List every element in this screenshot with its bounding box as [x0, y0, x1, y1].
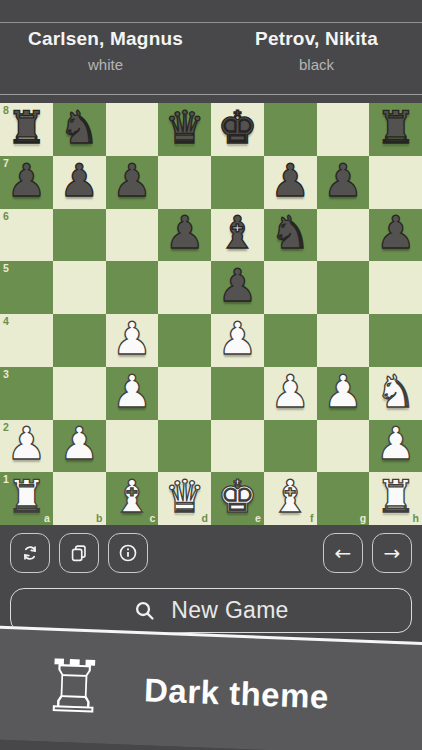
black-pawn-e5[interactable]: ♟: [217, 263, 257, 308]
black-rook-a8[interactable]: ♜: [6, 105, 46, 150]
square-c5[interactable]: [106, 261, 159, 314]
rank-label-4: 4: [3, 316, 9, 327]
square-b5[interactable]: [53, 261, 106, 314]
square-a6[interactable]: 6: [0, 209, 53, 262]
square-e1[interactable]: e♚: [211, 472, 264, 525]
white-pawn-g3[interactable]: ♟: [323, 369, 363, 414]
square-d4[interactable]: [158, 314, 211, 367]
square-f7[interactable]: ♟: [264, 156, 317, 209]
white-side-label: white: [0, 56, 211, 73]
rook-outline-icon: ♖: [40, 652, 107, 723]
copy-button[interactable]: [59, 533, 99, 573]
copy-icon: [68, 542, 90, 564]
black-pawn-f7[interactable]: ♟: [270, 158, 310, 203]
white-rook-h1[interactable]: ♜: [375, 474, 415, 519]
player-white: Carlsen, Magnus white: [0, 28, 211, 73]
square-f1[interactable]: f♝: [264, 472, 317, 525]
square-d1[interactable]: d♛: [158, 472, 211, 525]
square-c6[interactable]: [106, 209, 159, 262]
square-g4[interactable]: [317, 314, 370, 367]
square-g6[interactable]: [317, 209, 370, 262]
square-a3[interactable]: 3: [0, 367, 53, 420]
square-g2[interactable]: [317, 420, 370, 473]
header-top-divider: [0, 22, 422, 23]
square-a1[interactable]: 1a♜: [0, 472, 53, 525]
file-label-b: b: [96, 513, 102, 524]
file-label-f: f: [310, 513, 314, 524]
white-pawn-c3[interactable]: ♟: [112, 369, 152, 414]
square-f2[interactable]: [264, 420, 317, 473]
square-h8[interactable]: ♜: [369, 103, 422, 156]
info-button[interactable]: [108, 533, 148, 573]
white-king-e1[interactable]: ♚: [217, 474, 257, 519]
square-d5[interactable]: [158, 261, 211, 314]
black-pawn-a7[interactable]: ♟: [6, 158, 46, 203]
black-pawn-d6[interactable]: ♟: [164, 210, 204, 255]
square-g8[interactable]: [317, 103, 370, 156]
square-d7[interactable]: [158, 156, 211, 209]
square-c7[interactable]: ♟: [106, 156, 159, 209]
square-b2[interactable]: ♟: [53, 420, 106, 473]
white-bishop-f1[interactable]: ♝: [270, 474, 310, 519]
chess-board[interactable]: 8♜♞♛♚♜7♟♟♟♟♟6♟♝♞♟5♟4♟♟3♟♟♟♞2♟♟♟1a♜bc♝d♛e…: [0, 103, 422, 525]
square-e8[interactable]: ♚: [211, 103, 264, 156]
flip-board-button[interactable]: [10, 533, 50, 573]
flip-icon: [19, 542, 41, 564]
black-knight-b8[interactable]: ♞: [59, 105, 99, 150]
white-pawn-c4[interactable]: ♟: [112, 316, 152, 361]
square-e3[interactable]: [211, 367, 264, 420]
square-d6[interactable]: ♟: [158, 209, 211, 262]
black-pawn-g7[interactable]: ♟: [323, 158, 363, 203]
black-pawn-h6[interactable]: ♟: [375, 210, 415, 255]
square-g7[interactable]: ♟: [317, 156, 370, 209]
white-bishop-c1[interactable]: ♝: [112, 474, 152, 519]
square-e5[interactable]: ♟: [211, 261, 264, 314]
square-a5[interactable]: 5: [0, 261, 53, 314]
white-pawn-a2[interactable]: ♟: [6, 421, 46, 466]
new-game-label: New Game: [171, 597, 288, 624]
square-b4[interactable]: [53, 314, 106, 367]
square-g5[interactable]: [317, 261, 370, 314]
square-a2[interactable]: 2♟: [0, 420, 53, 473]
square-f4[interactable]: [264, 314, 317, 367]
square-c3[interactable]: ♟: [106, 367, 159, 420]
white-pawn-e4[interactable]: ♟: [217, 316, 257, 361]
square-f8[interactable]: [264, 103, 317, 156]
new-game-button[interactable]: New Game: [10, 588, 412, 633]
square-h3[interactable]: ♞: [369, 367, 422, 420]
player-black: Petrov, Nikita black: [211, 28, 422, 73]
header-bottom-divider: [0, 94, 422, 95]
square-c1[interactable]: c♝: [106, 472, 159, 525]
player-header: Carlsen, Magnus white Petrov, Nikita bla…: [0, 0, 422, 103]
square-b1[interactable]: b: [53, 472, 106, 525]
square-h7[interactable]: [369, 156, 422, 209]
black-queen-d8[interactable]: ♛: [164, 105, 204, 150]
square-d3[interactable]: [158, 367, 211, 420]
arrow-right-icon: →: [384, 541, 401, 565]
square-g1[interactable]: g: [317, 472, 370, 525]
toolbar: ← →: [0, 525, 422, 573]
search-icon: [133, 599, 156, 622]
theme-banner-label: Dark theme: [143, 671, 329, 716]
square-a7[interactable]: 7♟: [0, 156, 53, 209]
square-f3[interactable]: ♟: [264, 367, 317, 420]
white-queen-d1[interactable]: ♛: [164, 474, 204, 519]
white-knight-h3[interactable]: ♞: [375, 369, 415, 414]
square-a8[interactable]: 8♜: [0, 103, 53, 156]
bottom-panel: ← → New Game ♖ Dark theme: [0, 525, 422, 750]
square-a4[interactable]: 4: [0, 314, 53, 367]
square-h6[interactable]: ♟: [369, 209, 422, 262]
forward-button[interactable]: →: [372, 533, 412, 573]
rank-label-5: 5: [3, 263, 9, 274]
arrow-left-icon: ←: [335, 541, 352, 565]
square-b7[interactable]: ♟: [53, 156, 106, 209]
black-bishop-e6[interactable]: ♝: [217, 210, 257, 255]
square-b3[interactable]: [53, 367, 106, 420]
square-d2[interactable]: [158, 420, 211, 473]
rank-label-6: 6: [3, 211, 9, 222]
square-e4[interactable]: ♟: [211, 314, 264, 367]
square-f5[interactable]: [264, 261, 317, 314]
white-rook-a1[interactable]: ♜: [6, 474, 46, 519]
black-pawn-c7[interactable]: ♟: [112, 158, 152, 203]
square-h4[interactable]: [369, 314, 422, 367]
app-window: Carlsen, Magnus white Petrov, Nikita bla…: [0, 0, 422, 750]
black-rook-h8[interactable]: ♜: [375, 105, 415, 150]
square-h1[interactable]: h♜: [369, 472, 422, 525]
square-e2[interactable]: [211, 420, 264, 473]
square-c4[interactable]: ♟: [106, 314, 159, 367]
black-player-name: Petrov, Nikita: [211, 28, 422, 50]
black-pawn-b7[interactable]: ♟: [59, 158, 99, 203]
square-c8[interactable]: [106, 103, 159, 156]
square-c2[interactable]: [106, 420, 159, 473]
black-side-label: black: [211, 56, 422, 73]
square-g3[interactable]: ♟: [317, 367, 370, 420]
square-h2[interactable]: ♟: [369, 420, 422, 473]
info-icon: [117, 542, 139, 564]
square-d8[interactable]: ♛: [158, 103, 211, 156]
white-pawn-h2[interactable]: ♟: [375, 421, 415, 466]
square-b6[interactable]: [53, 209, 106, 262]
white-player-name: Carlsen, Magnus: [0, 28, 211, 50]
black-king-e8[interactable]: ♚: [217, 105, 257, 150]
square-h5[interactable]: [369, 261, 422, 314]
square-f6[interactable]: ♞: [264, 209, 317, 262]
black-knight-f6[interactable]: ♞: [270, 210, 310, 255]
file-label-g: g: [360, 513, 366, 524]
white-pawn-f3[interactable]: ♟: [270, 369, 310, 414]
back-button[interactable]: ←: [323, 533, 363, 573]
theme-banner[interactable]: ♖ Dark theme: [0, 625, 422, 750]
square-b8[interactable]: ♞: [53, 103, 106, 156]
square-e6[interactable]: ♝: [211, 209, 264, 262]
square-e7[interactable]: [211, 156, 264, 209]
white-pawn-b2[interactable]: ♟: [59, 421, 99, 466]
rank-label-3: 3: [3, 369, 9, 380]
